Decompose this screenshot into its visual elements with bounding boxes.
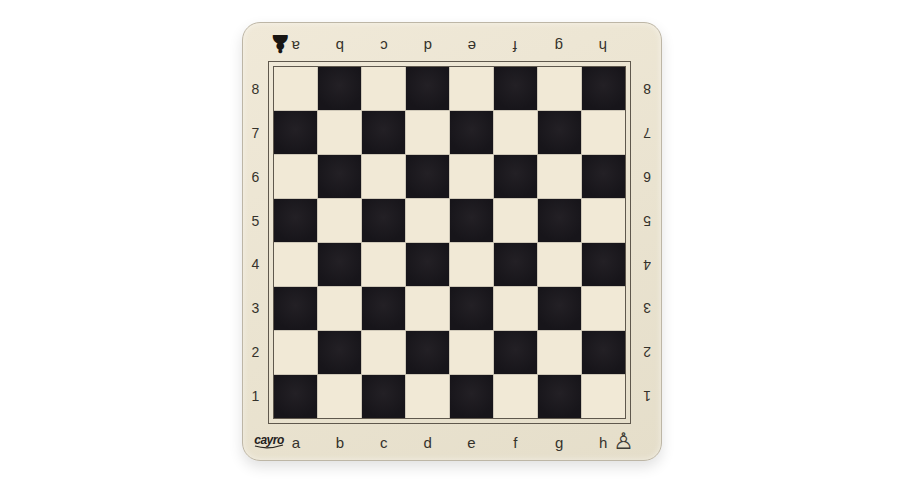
- square-g8[interactable]: [538, 67, 581, 110]
- square-b2[interactable]: [318, 331, 361, 374]
- square-b6[interactable]: [318, 155, 361, 198]
- square-c6[interactable]: [362, 155, 405, 198]
- rank-label-right-1: 1: [632, 374, 662, 418]
- square-h1[interactable]: [582, 375, 625, 418]
- square-c4[interactable]: [362, 243, 405, 286]
- rank-labels-right: 87654321: [632, 67, 662, 418]
- cayro-logo: cayro: [249, 434, 289, 458]
- square-a1[interactable]: [274, 375, 317, 418]
- square-e7[interactable]: [450, 111, 493, 154]
- square-f4[interactable]: [494, 243, 537, 286]
- square-f2[interactable]: [494, 331, 537, 374]
- file-label-bottom-b: b: [318, 426, 362, 458]
- rank-label-right-6: 6: [632, 155, 662, 199]
- square-f5[interactable]: [494, 199, 537, 242]
- square-b7[interactable]: [318, 111, 361, 154]
- square-h8[interactable]: [582, 67, 625, 110]
- white-pawn-icon: ♙: [613, 430, 634, 453]
- square-a7[interactable]: [274, 111, 317, 154]
- square-g6[interactable]: [538, 155, 581, 198]
- file-label-top-a: a: [274, 33, 318, 61]
- file-labels-bottom: abcdefgh: [274, 426, 625, 458]
- file-labels-top: abcdefgh: [274, 33, 625, 61]
- file-label-bottom-f: f: [493, 426, 537, 458]
- square-b4[interactable]: [318, 243, 361, 286]
- square-d8[interactable]: [406, 67, 449, 110]
- square-g3[interactable]: [538, 287, 581, 330]
- file-label-bottom-d: d: [406, 426, 450, 458]
- file-label-top-f: f: [493, 33, 537, 61]
- file-label-top-b: b: [318, 33, 362, 61]
- square-b5[interactable]: [318, 199, 361, 242]
- chess-board-mat: ♟ abcdefgh 87654321 87654321 abcdefgh ♙ …: [242, 22, 662, 461]
- rank-label-right-3: 3: [632, 286, 662, 330]
- square-c3[interactable]: [362, 287, 405, 330]
- square-f1[interactable]: [494, 375, 537, 418]
- file-label-top-c: c: [362, 33, 406, 61]
- square-d5[interactable]: [406, 199, 449, 242]
- square-e5[interactable]: [450, 199, 493, 242]
- square-f6[interactable]: [494, 155, 537, 198]
- rank-label-left-2: 2: [243, 330, 268, 374]
- file-label-top-h: h: [581, 33, 625, 61]
- square-e1[interactable]: [450, 375, 493, 418]
- square-e2[interactable]: [450, 331, 493, 374]
- square-b8[interactable]: [318, 67, 361, 110]
- square-g4[interactable]: [538, 243, 581, 286]
- rank-label-right-8: 8: [632, 67, 662, 111]
- square-a6[interactable]: [274, 155, 317, 198]
- square-h6[interactable]: [582, 155, 625, 198]
- square-b3[interactable]: [318, 287, 361, 330]
- square-a5[interactable]: [274, 199, 317, 242]
- board-grid: [274, 67, 625, 418]
- square-c2[interactable]: [362, 331, 405, 374]
- square-g2[interactable]: [538, 331, 581, 374]
- square-g5[interactable]: [538, 199, 581, 242]
- square-h4[interactable]: [582, 243, 625, 286]
- rank-label-right-4: 4: [632, 243, 662, 287]
- square-g1[interactable]: [538, 375, 581, 418]
- square-h5[interactable]: [582, 199, 625, 242]
- square-c8[interactable]: [362, 67, 405, 110]
- square-f3[interactable]: [494, 287, 537, 330]
- square-a8[interactable]: [274, 67, 317, 110]
- rank-label-left-4: 4: [243, 243, 268, 287]
- square-d2[interactable]: [406, 331, 449, 374]
- rank-label-right-5: 5: [632, 199, 662, 243]
- square-a2[interactable]: [274, 331, 317, 374]
- square-d7[interactable]: [406, 111, 449, 154]
- file-label-top-g: g: [537, 33, 581, 61]
- square-f7[interactable]: [494, 111, 537, 154]
- rank-label-left-7: 7: [243, 111, 268, 155]
- square-a4[interactable]: [274, 243, 317, 286]
- square-e8[interactable]: [450, 67, 493, 110]
- rank-label-left-8: 8: [243, 67, 268, 111]
- square-d1[interactable]: [406, 375, 449, 418]
- square-e4[interactable]: [450, 243, 493, 286]
- file-label-top-d: d: [406, 33, 450, 61]
- square-e3[interactable]: [450, 287, 493, 330]
- file-label-bottom-c: c: [362, 426, 406, 458]
- rank-label-left-5: 5: [243, 199, 268, 243]
- file-label-top-e: e: [450, 33, 494, 61]
- square-c1[interactable]: [362, 375, 405, 418]
- square-c5[interactable]: [362, 199, 405, 242]
- square-b1[interactable]: [318, 375, 361, 418]
- cayro-logo-text: cayro: [249, 434, 289, 446]
- rank-label-right-7: 7: [632, 111, 662, 155]
- rank-label-left-6: 6: [243, 155, 268, 199]
- rank-label-left-3: 3: [243, 286, 268, 330]
- square-d3[interactable]: [406, 287, 449, 330]
- file-label-bottom-g: g: [537, 426, 581, 458]
- square-h2[interactable]: [582, 331, 625, 374]
- square-h3[interactable]: [582, 287, 625, 330]
- square-d6[interactable]: [406, 155, 449, 198]
- file-label-bottom-e: e: [450, 426, 494, 458]
- rank-labels-left: 87654321: [243, 67, 268, 418]
- square-d4[interactable]: [406, 243, 449, 286]
- square-h7[interactable]: [582, 111, 625, 154]
- square-a3[interactable]: [274, 287, 317, 330]
- board-frame: [268, 61, 631, 424]
- square-e6[interactable]: [450, 155, 493, 198]
- square-g7[interactable]: [538, 111, 581, 154]
- square-c7[interactable]: [362, 111, 405, 154]
- rank-label-left-1: 1: [243, 374, 268, 418]
- rank-label-right-2: 2: [632, 330, 662, 374]
- square-f8[interactable]: [494, 67, 537, 110]
